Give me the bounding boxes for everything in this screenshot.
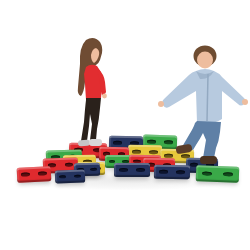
- block-navy: [55, 169, 85, 183]
- boy-jeans: [182, 121, 221, 158]
- girl-hand: [102, 94, 107, 99]
- block-handle-slot: [65, 163, 74, 167]
- girl-shoe-front: [89, 139, 102, 146]
- photo-canvas: [0, 0, 250, 250]
- block-navy: [154, 165, 190, 180]
- boy-figure: [150, 44, 250, 170]
- girl-figure: [58, 34, 118, 160]
- boy-shoe-left: [175, 144, 192, 155]
- block-handle-slot: [74, 174, 82, 178]
- block-handle-slot: [21, 173, 30, 177]
- block-red: [17, 166, 52, 183]
- block-handle-slot: [132, 150, 141, 154]
- block-handle-slot: [176, 170, 185, 174]
- block-handle-slot: [38, 172, 47, 176]
- boy-shoe-right: [200, 156, 217, 164]
- girl-pants: [81, 98, 101, 141]
- boy-face: [197, 52, 213, 69]
- boy-zipper: [207, 74, 208, 121]
- block-green: [196, 165, 240, 182]
- block-handle-slot: [90, 168, 97, 171]
- block-handle-slot: [59, 175, 67, 179]
- block-handle-slot: [159, 170, 168, 174]
- block-handle-slot: [119, 168, 128, 172]
- girl-shirt: [84, 65, 102, 101]
- boy-hand-right: [242, 99, 248, 105]
- girl-shoe-back: [78, 139, 90, 146]
- block-navy: [114, 163, 150, 177]
- boy-hand-left: [158, 101, 164, 107]
- block-handle-slot: [202, 171, 213, 176]
- block-handle-slot: [223, 172, 234, 177]
- block-handle-slot: [136, 168, 145, 172]
